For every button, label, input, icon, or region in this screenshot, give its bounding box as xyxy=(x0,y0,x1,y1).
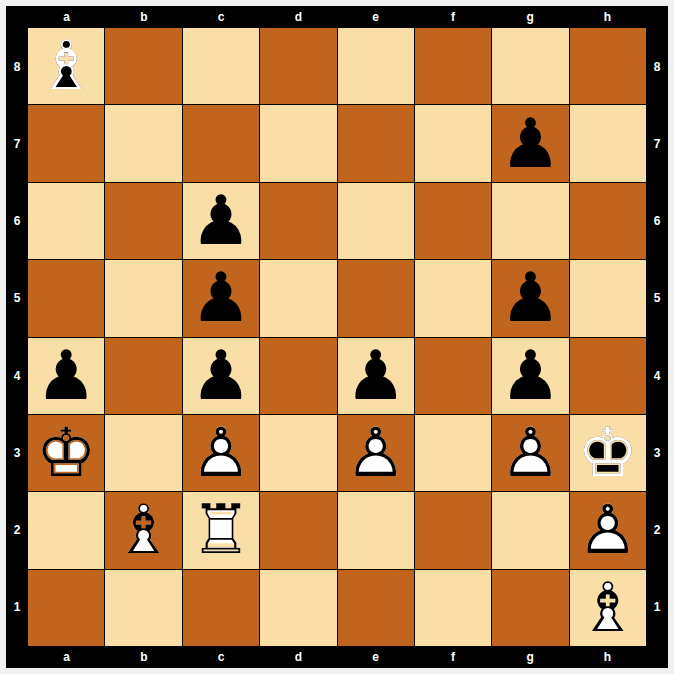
square-a7[interactable] xyxy=(28,105,104,181)
square-d2[interactable] xyxy=(260,492,336,568)
square-h7[interactable] xyxy=(570,105,646,181)
square-a2[interactable] xyxy=(28,492,104,568)
square-d7[interactable] xyxy=(260,105,336,181)
file-label-g: g xyxy=(492,646,569,668)
square-c2[interactable]: ♜♖ xyxy=(183,492,259,568)
rank-label-7: 7 xyxy=(6,105,28,182)
square-d3[interactable] xyxy=(260,415,336,491)
black-pawn[interactable] xyxy=(338,338,414,414)
file-label-c: c xyxy=(183,646,260,668)
rank-label-4: 4 xyxy=(646,337,668,414)
square-c5[interactable]: ♟ xyxy=(183,260,259,336)
square-d8[interactable] xyxy=(260,28,336,104)
square-h4[interactable] xyxy=(570,338,646,414)
black-pawn[interactable] xyxy=(492,105,568,181)
square-g7[interactable]: ♟ xyxy=(492,105,568,181)
square-c1[interactable] xyxy=(183,570,259,646)
file-labels-bottom: abcdefgh xyxy=(28,646,646,668)
square-f2[interactable] xyxy=(415,492,491,568)
square-b6[interactable] xyxy=(105,183,181,259)
frame-corner-bottom-left xyxy=(6,646,28,668)
square-e4[interactable]: ♟ xyxy=(338,338,414,414)
file-label-f: f xyxy=(414,6,491,28)
square-e7[interactable] xyxy=(338,105,414,181)
square-b7[interactable] xyxy=(105,105,181,181)
file-label-e: e xyxy=(337,6,414,28)
file-label-d: d xyxy=(260,646,337,668)
rank-label-1: 1 xyxy=(646,569,668,646)
file-label-a: a xyxy=(28,646,105,668)
square-d4[interactable] xyxy=(260,338,336,414)
square-d1[interactable] xyxy=(260,570,336,646)
square-g2[interactable] xyxy=(492,492,568,568)
square-d5[interactable] xyxy=(260,260,336,336)
rank-label-1: 1 xyxy=(6,569,28,646)
square-e2[interactable] xyxy=(338,492,414,568)
rank-label-3: 3 xyxy=(646,414,668,491)
square-c4[interactable]: ♟ xyxy=(183,338,259,414)
square-c7[interactable] xyxy=(183,105,259,181)
square-h8[interactable] xyxy=(570,28,646,104)
square-f7[interactable] xyxy=(415,105,491,181)
rank-label-3: 3 xyxy=(6,414,28,491)
square-f4[interactable] xyxy=(415,338,491,414)
square-e1[interactable] xyxy=(338,570,414,646)
square-a8[interactable]: ♝♗ xyxy=(28,28,104,104)
white-pawn[interactable] xyxy=(492,415,568,491)
square-a3[interactable]: ♚♔ xyxy=(28,415,104,491)
white-king[interactable] xyxy=(28,415,104,491)
square-a6[interactable] xyxy=(28,183,104,259)
square-g1[interactable] xyxy=(492,570,568,646)
black-pawn[interactable] xyxy=(28,338,104,414)
square-c3[interactable]: ♟♙ xyxy=(183,415,259,491)
frame-corner-bottom-right xyxy=(646,646,668,668)
white-pawn[interactable] xyxy=(570,492,646,568)
black-king[interactable] xyxy=(570,415,646,491)
chess-board-frame: abcdefgh 87654321 ♝♗♟♟♟♟♟♟♟♟♚♔♟♙♟♙♟♙♚♔♝♗… xyxy=(6,6,668,668)
file-labels-top: abcdefgh xyxy=(28,6,646,28)
square-b3[interactable] xyxy=(105,415,181,491)
rank-label-5: 5 xyxy=(646,260,668,337)
black-pawn[interactable] xyxy=(183,260,259,336)
square-f1[interactable] xyxy=(415,570,491,646)
frame-corner-top-left xyxy=(6,6,28,28)
white-pawn[interactable] xyxy=(338,415,414,491)
black-bishop[interactable] xyxy=(28,28,104,104)
square-b2[interactable]: ♝♗ xyxy=(105,492,181,568)
file-label-d: d xyxy=(260,6,337,28)
square-g3[interactable]: ♟♙ xyxy=(492,415,568,491)
square-a5[interactable] xyxy=(28,260,104,336)
square-f6[interactable] xyxy=(415,183,491,259)
square-f5[interactable] xyxy=(415,260,491,336)
white-bishop[interactable] xyxy=(105,492,181,568)
square-h5[interactable] xyxy=(570,260,646,336)
square-g5[interactable]: ♟ xyxy=(492,260,568,336)
rank-labels-right: 87654321 xyxy=(646,28,668,646)
board: ♝♗♟♟♟♟♟♟♟♟♚♔♟♙♟♙♟♙♚♔♝♗♜♖♟♙♝♗ xyxy=(28,28,646,646)
rank-label-5: 5 xyxy=(6,260,28,337)
square-h1[interactable]: ♝♗ xyxy=(570,570,646,646)
black-pawn[interactable] xyxy=(492,260,568,336)
square-g8[interactable] xyxy=(492,28,568,104)
rank-label-2: 2 xyxy=(646,492,668,569)
square-e5[interactable] xyxy=(338,260,414,336)
white-bishop[interactable] xyxy=(570,570,646,646)
frame-corner-top-right xyxy=(646,6,668,28)
square-c8[interactable] xyxy=(183,28,259,104)
square-e6[interactable] xyxy=(338,183,414,259)
square-e3[interactable]: ♟♙ xyxy=(338,415,414,491)
rank-label-8: 8 xyxy=(6,28,28,105)
file-label-h: h xyxy=(569,646,646,668)
square-b8[interactable] xyxy=(105,28,181,104)
square-b5[interactable] xyxy=(105,260,181,336)
file-label-h: h xyxy=(569,6,646,28)
white-pawn[interactable] xyxy=(183,415,259,491)
file-label-a: a xyxy=(28,6,105,28)
rank-label-4: 4 xyxy=(6,337,28,414)
square-b4[interactable] xyxy=(105,338,181,414)
square-h6[interactable] xyxy=(570,183,646,259)
square-h2[interactable]: ♟♙ xyxy=(570,492,646,568)
square-b1[interactable] xyxy=(105,570,181,646)
square-h3[interactable]: ♚♔ xyxy=(570,415,646,491)
square-f8[interactable] xyxy=(415,28,491,104)
square-a1[interactable] xyxy=(28,570,104,646)
black-pawn[interactable] xyxy=(492,338,568,414)
rank-label-7: 7 xyxy=(646,105,668,182)
rank-label-6: 6 xyxy=(6,183,28,260)
black-pawn[interactable] xyxy=(183,338,259,414)
rank-label-2: 2 xyxy=(6,492,28,569)
file-label-g: g xyxy=(492,6,569,28)
rank-labels-left: 87654321 xyxy=(6,28,28,646)
square-a4[interactable]: ♟ xyxy=(28,338,104,414)
square-d6[interactable] xyxy=(260,183,336,259)
black-pawn[interactable] xyxy=(183,183,259,259)
file-label-b: b xyxy=(105,646,182,668)
file-label-e: e xyxy=(337,646,414,668)
file-label-c: c xyxy=(183,6,260,28)
rank-label-6: 6 xyxy=(646,183,668,260)
square-c6[interactable]: ♟ xyxy=(183,183,259,259)
file-label-b: b xyxy=(105,6,182,28)
square-g4[interactable]: ♟ xyxy=(492,338,568,414)
rank-label-8: 8 xyxy=(646,28,668,105)
square-f3[interactable] xyxy=(415,415,491,491)
white-rook[interactable] xyxy=(183,492,259,568)
square-g6[interactable] xyxy=(492,183,568,259)
square-e8[interactable] xyxy=(338,28,414,104)
file-label-f: f xyxy=(414,646,491,668)
